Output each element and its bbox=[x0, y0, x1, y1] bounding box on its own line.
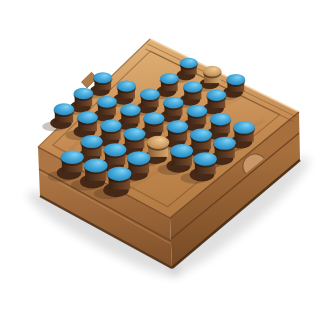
blue-peg-cap bbox=[97, 96, 117, 108]
blue-peg-cap bbox=[61, 150, 84, 164]
blue-peg-cap bbox=[107, 167, 131, 181]
blue-peg-cap bbox=[120, 104, 141, 116]
blue-peg-cap bbox=[167, 120, 188, 133]
blue-peg-cap bbox=[80, 135, 102, 148]
natural-peg-cap bbox=[147, 136, 169, 149]
blue-peg-cap bbox=[180, 58, 198, 68]
blue-peg-cap bbox=[163, 97, 183, 109]
blue-peg-cap bbox=[194, 152, 217, 166]
blue-peg-cap bbox=[54, 103, 74, 115]
blue-peg-cap bbox=[190, 129, 212, 142]
natural-peg-cap bbox=[203, 66, 221, 77]
blue-peg-cap bbox=[213, 137, 235, 150]
peg-solitaire-scene bbox=[0, 0, 320, 320]
blue-peg-cap bbox=[210, 113, 231, 125]
blue-peg-cap bbox=[104, 143, 127, 156]
blue-peg-cap bbox=[183, 81, 202, 92]
blue-peg-cap bbox=[93, 72, 112, 83]
blue-peg-cap bbox=[84, 159, 108, 173]
blue-peg-cap bbox=[144, 112, 165, 124]
blue-peg-cap bbox=[233, 121, 255, 134]
blue-peg-cap bbox=[226, 74, 245, 85]
blue-peg-cap bbox=[100, 120, 121, 133]
blue-peg-cap bbox=[117, 80, 136, 91]
blue-peg-cap bbox=[160, 73, 179, 84]
blue-peg-cap bbox=[207, 89, 227, 101]
blue-peg-cap bbox=[187, 105, 208, 117]
blue-peg-cap bbox=[170, 144, 193, 157]
blue-peg-cap bbox=[77, 111, 98, 123]
blue-peg-cap bbox=[124, 128, 146, 141]
blue-peg-cap bbox=[127, 151, 150, 165]
product-photo-stage bbox=[0, 0, 320, 320]
blue-peg-cap bbox=[140, 89, 160, 101]
blue-peg-cap bbox=[74, 88, 94, 100]
